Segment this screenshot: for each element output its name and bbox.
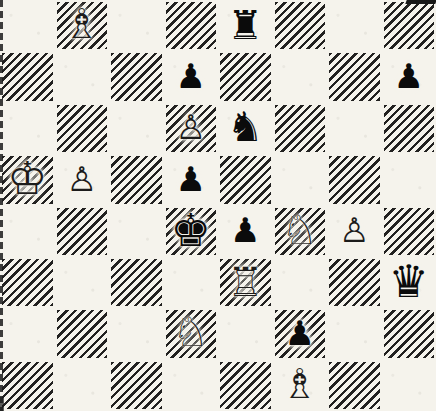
square-c8[interactable]: [109, 0, 164, 51]
black-pawn[interactable]: ♟: [285, 316, 315, 350]
square-g8[interactable]: [327, 0, 382, 51]
square-c3[interactable]: [109, 257, 164, 308]
square-h8[interactable]: [382, 0, 436, 51]
square-e3[interactable]: ♖: [218, 257, 273, 308]
square-f5[interactable]: [273, 154, 328, 205]
square-h3[interactable]: ♛: [382, 257, 436, 308]
black-pawn[interactable]: ♟: [394, 59, 424, 93]
square-g7[interactable]: [327, 51, 382, 102]
square-e6[interactable]: ♞: [218, 103, 273, 154]
square-h5[interactable]: [382, 154, 436, 205]
square-a4[interactable]: [0, 206, 55, 257]
square-c4[interactable]: [109, 206, 164, 257]
white-bishop[interactable]: ♗: [281, 364, 318, 405]
white-pawn[interactable]: ♙: [67, 162, 97, 196]
square-e1[interactable]: [218, 360, 273, 411]
black-king[interactable]: ♚: [171, 208, 211, 253]
square-f8[interactable]: [273, 0, 328, 51]
square-g5[interactable]: [327, 154, 382, 205]
white-king[interactable]: ♔: [7, 156, 47, 201]
square-e8[interactable]: ♜: [218, 0, 273, 51]
square-e4[interactable]: ♟: [218, 206, 273, 257]
square-g2[interactable]: [327, 308, 382, 359]
square-c2[interactable]: [109, 308, 164, 359]
square-d6[interactable]: ♙: [164, 103, 219, 154]
square-f3[interactable]: [273, 257, 328, 308]
scan-smudge-top-right: [405, 0, 436, 4]
square-e5[interactable]: [218, 154, 273, 205]
chess-board: ♗♜♟♟♙♞♔♙♟♚♟♘♙♖♛♘♟♗: [0, 0, 436, 411]
square-g3[interactable]: [327, 257, 382, 308]
square-f6[interactable]: [273, 103, 328, 154]
scan-smudge-bottom-left: [0, 397, 4, 411]
newspaper-chess-diagram: ♗♜♟♟♙♞♔♙♟♚♟♘♙♖♛♘♟♗: [0, 0, 436, 411]
white-knight[interactable]: ♘: [172, 312, 209, 353]
square-a1[interactable]: [0, 360, 55, 411]
square-a6[interactable]: [0, 103, 55, 154]
square-g4[interactable]: ♙: [327, 206, 382, 257]
square-h4[interactable]: [382, 206, 436, 257]
white-pawn[interactable]: ♙: [339, 213, 369, 247]
square-b3[interactable]: [55, 257, 110, 308]
black-knight[interactable]: ♞: [227, 107, 264, 148]
square-b4[interactable]: [55, 206, 110, 257]
black-pawn[interactable]: ♟: [230, 213, 260, 247]
square-h2[interactable]: [382, 308, 436, 359]
black-rook[interactable]: ♜: [227, 5, 263, 45]
square-d2[interactable]: ♘: [164, 308, 219, 359]
square-f4[interactable]: ♘: [273, 206, 328, 257]
square-h6[interactable]: [382, 103, 436, 154]
white-rook[interactable]: ♖: [227, 262, 263, 302]
square-f7[interactable]: [273, 51, 328, 102]
square-b5[interactable]: ♙: [55, 154, 110, 205]
square-a7[interactable]: [0, 51, 55, 102]
square-b6[interactable]: [55, 103, 110, 154]
square-d1[interactable]: [164, 360, 219, 411]
square-g1[interactable]: [327, 360, 382, 411]
square-c1[interactable]: [109, 360, 164, 411]
square-d3[interactable]: [164, 257, 219, 308]
square-d4[interactable]: ♚: [164, 206, 219, 257]
square-d7[interactable]: ♟: [164, 51, 219, 102]
square-c7[interactable]: [109, 51, 164, 102]
square-g6[interactable]: [327, 103, 382, 154]
square-a5[interactable]: ♔: [0, 154, 55, 205]
square-b2[interactable]: [55, 308, 110, 359]
square-a3[interactable]: [0, 257, 55, 308]
white-bishop[interactable]: ♗: [63, 4, 100, 45]
scan-edge-artifact-left: [0, 0, 3, 411]
square-c5[interactable]: [109, 154, 164, 205]
square-b7[interactable]: [55, 51, 110, 102]
square-b1[interactable]: [55, 360, 110, 411]
square-f2[interactable]: ♟: [273, 308, 328, 359]
square-d5[interactable]: ♟: [164, 154, 219, 205]
square-a2[interactable]: [0, 308, 55, 359]
square-f1[interactable]: ♗: [273, 360, 328, 411]
black-pawn[interactable]: ♟: [176, 162, 206, 196]
square-b8[interactable]: ♗: [55, 0, 110, 51]
black-queen[interactable]: ♛: [389, 259, 429, 304]
square-a8[interactable]: [0, 0, 55, 51]
white-pawn[interactable]: ♙: [176, 110, 206, 144]
square-d8[interactable]: [164, 0, 219, 51]
square-e7[interactable]: [218, 51, 273, 102]
white-knight[interactable]: ♘: [281, 210, 318, 251]
square-c6[interactable]: [109, 103, 164, 154]
square-h1[interactable]: [382, 360, 436, 411]
square-e2[interactable]: [218, 308, 273, 359]
square-h7[interactable]: ♟: [382, 51, 436, 102]
black-pawn[interactable]: ♟: [176, 59, 206, 93]
